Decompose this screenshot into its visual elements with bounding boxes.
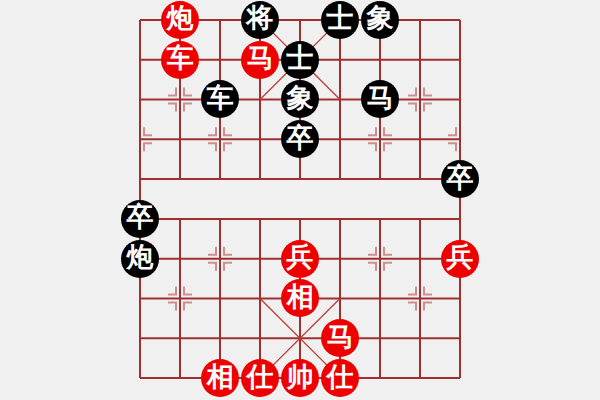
piece-red-soldier[interactable]: 兵: [441, 240, 479, 278]
piece-red-advisor[interactable]: 仕: [321, 359, 359, 397]
piece-black-cannon[interactable]: 炮: [121, 240, 159, 278]
piece-red-horse[interactable]: 马: [321, 319, 359, 357]
piece-red-chariot[interactable]: 车: [161, 41, 199, 79]
piece-red-horse[interactable]: 马: [241, 41, 279, 79]
piece-black-elephant[interactable]: 象: [361, 1, 399, 39]
piece-red-advisor[interactable]: 仕: [241, 359, 279, 397]
piece-red-elephant[interactable]: 相: [201, 359, 239, 397]
piece-black-horse[interactable]: 马: [361, 80, 399, 118]
piece-black-elephant[interactable]: 象: [281, 80, 319, 118]
xiangqi-board[interactable]: 炮车马兵兵相马相仕帅仕将士象士车象马卒卒卒炮: [120, 0, 480, 398]
piece-red-general[interactable]: 帅: [281, 359, 319, 397]
piece-red-elephant[interactable]: 相: [281, 279, 319, 317]
piece-black-soldier[interactable]: 卒: [441, 160, 479, 198]
xiangqi-app: 炮车马兵兵相马相仕帅仕将士象士车象马卒卒卒炮: [0, 0, 600, 400]
piece-black-chariot[interactable]: 车: [201, 80, 239, 118]
piece-black-advisor[interactable]: 士: [281, 41, 319, 79]
piece-black-soldier[interactable]: 卒: [121, 200, 159, 238]
piece-black-advisor[interactable]: 士: [321, 1, 359, 39]
piece-red-soldier[interactable]: 兵: [281, 240, 319, 278]
piece-black-soldier[interactable]: 卒: [281, 120, 319, 158]
piece-red-cannon[interactable]: 炮: [161, 1, 199, 39]
piece-black-general[interactable]: 将: [241, 1, 279, 39]
